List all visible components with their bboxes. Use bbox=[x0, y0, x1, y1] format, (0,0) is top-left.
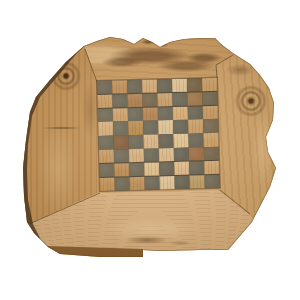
board-cell-c2 bbox=[129, 163, 144, 177]
board-cell-b5 bbox=[113, 122, 128, 136]
board-cell-e6 bbox=[158, 107, 173, 121]
product-photo bbox=[0, 0, 300, 300]
board-cell-b8 bbox=[112, 80, 127, 94]
board-cell-f6 bbox=[173, 106, 188, 120]
board-cell-h3 bbox=[204, 147, 219, 161]
board-cell-b6 bbox=[113, 108, 128, 122]
board-cell-f2 bbox=[174, 161, 189, 175]
board-cell-h6 bbox=[203, 105, 218, 119]
board-cell-e8 bbox=[157, 79, 172, 93]
board-cell-g7 bbox=[188, 92, 203, 106]
board-cell-g4 bbox=[189, 133, 204, 147]
board-cell-f8 bbox=[172, 79, 187, 93]
board-cell-c3 bbox=[129, 149, 144, 163]
board-cell-g2 bbox=[190, 161, 205, 175]
board-cell-h1 bbox=[205, 175, 220, 189]
board-cell-f1 bbox=[175, 175, 190, 189]
board-cell-a4 bbox=[98, 136, 113, 150]
board-cell-d7 bbox=[143, 93, 158, 107]
board-cell-c5 bbox=[128, 121, 143, 135]
board-cell-d8 bbox=[142, 79, 157, 93]
board-cell-c6 bbox=[128, 107, 143, 121]
board-cell-g3 bbox=[189, 147, 204, 161]
chess-board bbox=[0, 0, 300, 300]
board-cell-g6 bbox=[188, 106, 203, 120]
board-cell-a1 bbox=[100, 177, 115, 191]
board-cell-b7 bbox=[112, 94, 127, 108]
board-cell-b2 bbox=[114, 163, 129, 177]
board-cell-d4 bbox=[144, 135, 159, 149]
board-cell-h4 bbox=[204, 133, 219, 147]
board-cell-e4 bbox=[159, 134, 174, 148]
board-cell-h8 bbox=[202, 78, 217, 92]
board-cell-f3 bbox=[174, 148, 189, 162]
board-cell-b1 bbox=[115, 177, 130, 191]
board-cell-e2 bbox=[159, 162, 174, 176]
board-cell-d3 bbox=[144, 148, 159, 162]
board-cell-f4 bbox=[174, 134, 189, 148]
board-cell-a2 bbox=[99, 163, 114, 177]
board-cell-c8 bbox=[127, 80, 142, 94]
board-cell-d1 bbox=[145, 176, 160, 190]
board-cell-h5 bbox=[203, 119, 218, 133]
board-cell-d2 bbox=[144, 162, 159, 176]
board-cell-a3 bbox=[99, 150, 114, 164]
board-cell-e1 bbox=[160, 176, 175, 190]
board-cell-b3 bbox=[114, 149, 129, 163]
board-cell-a6 bbox=[98, 108, 113, 122]
board-cell-a8 bbox=[97, 81, 112, 95]
board-cell-c1 bbox=[130, 176, 145, 190]
board-cell-h7 bbox=[203, 92, 218, 106]
board-cell-e5 bbox=[158, 120, 173, 134]
board-cell-f5 bbox=[173, 120, 188, 134]
board-cell-e3 bbox=[159, 148, 174, 162]
board-cell-a5 bbox=[98, 122, 113, 136]
board-cell-e7 bbox=[158, 93, 173, 107]
board-cell-f7 bbox=[173, 92, 188, 106]
board-cell-h2 bbox=[205, 161, 220, 175]
board-cell-d6 bbox=[143, 107, 158, 121]
board-cell-b4 bbox=[114, 135, 129, 149]
board-cell-d5 bbox=[143, 121, 158, 135]
board-cell-a7 bbox=[97, 94, 112, 108]
board-cell-g8 bbox=[187, 78, 202, 92]
chess-grid bbox=[97, 78, 220, 191]
board-cell-g1 bbox=[190, 175, 205, 189]
board-cell-c4 bbox=[129, 135, 144, 149]
board-cell-c7 bbox=[127, 94, 142, 108]
board-cell-g5 bbox=[188, 120, 203, 134]
